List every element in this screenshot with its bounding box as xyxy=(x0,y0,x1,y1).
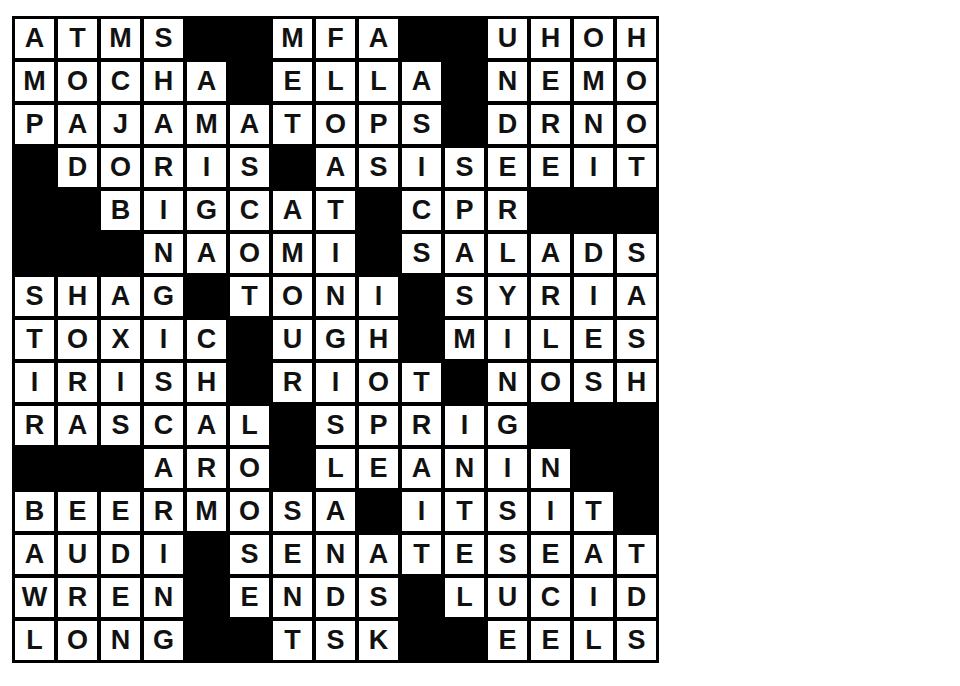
letter-cell[interactable]: A xyxy=(357,17,400,60)
letter-cell[interactable]: A xyxy=(400,447,443,490)
letter-cell[interactable]: T xyxy=(400,533,443,576)
black-cell xyxy=(185,275,228,318)
letter-cell[interactable]: O xyxy=(357,361,400,404)
letter-cell[interactable]: A xyxy=(228,103,271,146)
letter-cell[interactable]: M xyxy=(13,60,56,103)
black-cell xyxy=(615,490,658,533)
letter-cell[interactable]: S xyxy=(357,146,400,189)
letter-cell[interactable]: A xyxy=(185,404,228,447)
black-cell xyxy=(185,17,228,60)
letter-cell[interactable]: X xyxy=(99,318,142,361)
letter-cell[interactable]: O xyxy=(615,103,658,146)
black-cell xyxy=(228,361,271,404)
letter-cell[interactable]: C xyxy=(185,318,228,361)
letter-cell[interactable]: A xyxy=(142,103,185,146)
black-cell xyxy=(228,60,271,103)
black-cell xyxy=(185,619,228,662)
letter-cell[interactable]: C xyxy=(228,189,271,232)
letter-cell[interactable]: T xyxy=(400,361,443,404)
letter-cell[interactable]: N xyxy=(443,447,486,490)
black-cell xyxy=(99,447,142,490)
letter-cell[interactable]: N xyxy=(314,275,357,318)
letter-cell[interactable]: O xyxy=(572,17,615,60)
letter-cell[interactable]: N xyxy=(142,576,185,619)
letter-cell[interactable]: N xyxy=(486,361,529,404)
letter-cell[interactable]: M xyxy=(443,318,486,361)
letter-cell[interactable]: S xyxy=(314,619,357,662)
letter-cell[interactable]: A xyxy=(56,103,99,146)
letter-cell[interactable]: D xyxy=(486,103,529,146)
black-cell xyxy=(529,189,572,232)
letter-cell[interactable]: S xyxy=(271,490,314,533)
letter-cell[interactable]: I xyxy=(572,576,615,619)
black-cell xyxy=(400,318,443,361)
letter-cell[interactable]: D xyxy=(99,533,142,576)
letter-cell[interactable]: S xyxy=(486,490,529,533)
black-cell xyxy=(228,318,271,361)
letter-cell[interactable]: S xyxy=(486,533,529,576)
letter-cell[interactable]: S xyxy=(400,232,443,275)
letter-cell[interactable]: I xyxy=(400,146,443,189)
letter-cell[interactable]: M xyxy=(271,17,314,60)
letter-cell[interactable]: S xyxy=(142,17,185,60)
letter-cell[interactable]: R xyxy=(142,146,185,189)
letter-cell[interactable]: T xyxy=(314,189,357,232)
black-cell xyxy=(357,490,400,533)
letter-cell[interactable]: H xyxy=(142,60,185,103)
letter-cell[interactable]: R xyxy=(142,490,185,533)
black-cell xyxy=(99,232,142,275)
letter-cell[interactable]: O xyxy=(56,60,99,103)
letter-cell[interactable]: T xyxy=(13,318,56,361)
black-cell xyxy=(271,404,314,447)
letter-cell[interactable]: L xyxy=(529,318,572,361)
letter-cell[interactable]: S xyxy=(228,146,271,189)
letter-cell[interactable]: R xyxy=(56,576,99,619)
letter-cell[interactable]: J xyxy=(99,103,142,146)
letter-cell[interactable]: A xyxy=(572,533,615,576)
letter-cell[interactable]: C xyxy=(400,189,443,232)
letter-cell[interactable]: R xyxy=(529,275,572,318)
letter-cell[interactable]: G xyxy=(314,318,357,361)
letter-cell[interactable]: S xyxy=(400,103,443,146)
letter-cell[interactable]: A xyxy=(314,146,357,189)
letter-cell[interactable]: I xyxy=(185,146,228,189)
letter-cell[interactable]: I xyxy=(142,189,185,232)
letter-cell[interactable]: A xyxy=(357,533,400,576)
letter-cell[interactable]: R xyxy=(529,103,572,146)
black-cell xyxy=(13,447,56,490)
letter-cell[interactable]: B xyxy=(13,490,56,533)
black-cell xyxy=(400,576,443,619)
letter-cell[interactable]: S xyxy=(99,404,142,447)
letter-cell[interactable]: G xyxy=(486,404,529,447)
letter-cell[interactable]: S xyxy=(142,361,185,404)
letter-cell[interactable]: T xyxy=(615,146,658,189)
letter-cell[interactable]: I xyxy=(314,361,357,404)
crossword-grid: ATMSMFAUHOHMOCHAELLANEMOPAJAMATOPSDRNODO… xyxy=(12,16,659,663)
letter-cell[interactable]: O xyxy=(529,361,572,404)
letter-cell[interactable]: T xyxy=(228,275,271,318)
black-cell xyxy=(572,447,615,490)
letter-cell[interactable]: R xyxy=(185,447,228,490)
black-cell xyxy=(271,447,314,490)
letter-cell[interactable]: R xyxy=(56,361,99,404)
letter-cell[interactable]: P xyxy=(357,404,400,447)
letter-cell[interactable]: R xyxy=(271,361,314,404)
letter-cell[interactable]: S xyxy=(572,361,615,404)
letter-cell[interactable]: L xyxy=(357,60,400,103)
letter-cell[interactable]: G xyxy=(142,619,185,662)
black-cell xyxy=(443,60,486,103)
letter-cell[interactable]: U xyxy=(271,318,314,361)
letter-cell[interactable]: A xyxy=(13,17,56,60)
letter-cell[interactable]: N xyxy=(99,619,142,662)
letter-cell[interactable]: A xyxy=(185,232,228,275)
letter-cell[interactable]: Y xyxy=(486,275,529,318)
letter-cell[interactable]: P xyxy=(13,103,56,146)
letter-cell[interactable]: T xyxy=(56,17,99,60)
black-cell xyxy=(615,189,658,232)
letter-cell[interactable]: S xyxy=(615,232,658,275)
letter-cell[interactable]: I xyxy=(142,318,185,361)
letter-cell[interactable]: R xyxy=(400,404,443,447)
letter-cell[interactable]: A xyxy=(314,490,357,533)
letter-cell[interactable]: I xyxy=(142,533,185,576)
letter-cell[interactable]: R xyxy=(13,404,56,447)
black-cell xyxy=(529,404,572,447)
letter-cell[interactable]: O xyxy=(228,232,271,275)
letter-cell[interactable]: I xyxy=(357,275,400,318)
letter-cell[interactable]: I xyxy=(314,232,357,275)
letter-cell[interactable]: N xyxy=(486,60,529,103)
letter-cell[interactable]: E xyxy=(271,60,314,103)
letter-cell[interactable]: D xyxy=(56,146,99,189)
letter-cell[interactable]: O xyxy=(99,146,142,189)
letter-cell[interactable]: F xyxy=(314,17,357,60)
letter-cell[interactable]: L xyxy=(314,60,357,103)
letter-cell[interactable]: S xyxy=(443,275,486,318)
letter-cell[interactable]: S xyxy=(228,533,271,576)
letter-cell[interactable]: I xyxy=(529,490,572,533)
letter-cell[interactable]: M xyxy=(185,103,228,146)
letter-cell[interactable]: S xyxy=(13,275,56,318)
letter-cell[interactable]: H xyxy=(185,361,228,404)
letter-cell[interactable]: S xyxy=(615,619,658,662)
letter-cell[interactable]: U xyxy=(486,17,529,60)
letter-cell[interactable]: H xyxy=(615,17,658,60)
letter-cell[interactable]: P xyxy=(357,103,400,146)
letter-cell[interactable]: S xyxy=(357,576,400,619)
letter-cell[interactable]: I xyxy=(572,275,615,318)
letter-cell[interactable]: U xyxy=(486,576,529,619)
letter-cell[interactable]: E xyxy=(529,60,572,103)
letter-cell[interactable]: P xyxy=(443,189,486,232)
letter-cell[interactable]: B xyxy=(99,189,142,232)
letter-cell[interactable]: L xyxy=(572,619,615,662)
letter-cell[interactable]: C xyxy=(529,576,572,619)
black-cell xyxy=(185,576,228,619)
letter-cell[interactable]: S xyxy=(615,318,658,361)
letter-cell[interactable]: E xyxy=(486,146,529,189)
black-cell xyxy=(400,275,443,318)
letter-cell[interactable]: S xyxy=(314,404,357,447)
letter-cell[interactable]: E xyxy=(443,533,486,576)
letter-cell[interactable]: N xyxy=(572,103,615,146)
letter-cell[interactable]: I xyxy=(572,146,615,189)
letter-cell[interactable]: E xyxy=(529,146,572,189)
black-cell xyxy=(56,189,99,232)
letter-cell[interactable]: M xyxy=(99,17,142,60)
black-cell xyxy=(13,232,56,275)
letter-cell[interactable]: U xyxy=(56,533,99,576)
letter-cell[interactable]: I xyxy=(400,490,443,533)
letter-cell[interactable]: W xyxy=(13,576,56,619)
letter-cell[interactable]: A xyxy=(142,447,185,490)
letter-cell[interactable]: A xyxy=(615,275,658,318)
letter-cell[interactable]: M xyxy=(271,232,314,275)
black-cell xyxy=(357,189,400,232)
letter-cell[interactable]: E xyxy=(99,576,142,619)
letter-cell[interactable]: E xyxy=(99,490,142,533)
letter-cell[interactable]: G xyxy=(185,189,228,232)
letter-cell[interactable]: D xyxy=(572,232,615,275)
letter-cell[interactable]: T xyxy=(572,490,615,533)
letter-cell[interactable]: M xyxy=(185,490,228,533)
letter-cell[interactable]: I xyxy=(443,404,486,447)
black-cell xyxy=(400,619,443,662)
black-cell xyxy=(56,447,99,490)
letter-cell[interactable]: E xyxy=(486,619,529,662)
letter-cell[interactable]: N xyxy=(314,533,357,576)
letter-cell[interactable]: C xyxy=(99,60,142,103)
letter-cell[interactable]: E xyxy=(529,533,572,576)
black-cell xyxy=(572,189,615,232)
black-cell xyxy=(271,146,314,189)
black-cell xyxy=(400,17,443,60)
letter-cell[interactable]: E xyxy=(572,318,615,361)
letter-cell[interactable]: N xyxy=(529,447,572,490)
letter-cell[interactable]: S xyxy=(443,146,486,189)
black-cell xyxy=(185,533,228,576)
letter-cell[interactable]: A xyxy=(529,232,572,275)
black-cell xyxy=(572,404,615,447)
letter-cell[interactable]: T xyxy=(271,103,314,146)
letter-cell[interactable]: A xyxy=(443,232,486,275)
letter-cell[interactable]: C xyxy=(142,404,185,447)
letter-cell[interactable]: I xyxy=(99,361,142,404)
black-cell xyxy=(443,361,486,404)
black-cell xyxy=(615,447,658,490)
letter-cell[interactable]: T xyxy=(443,490,486,533)
letter-cell[interactable]: E xyxy=(357,447,400,490)
letter-cell[interactable]: D xyxy=(314,576,357,619)
letter-cell[interactable]: H xyxy=(615,361,658,404)
black-cell xyxy=(228,17,271,60)
letter-cell[interactable]: D xyxy=(615,576,658,619)
letter-cell[interactable]: I xyxy=(13,361,56,404)
black-cell xyxy=(56,232,99,275)
letter-cell[interactable]: I xyxy=(486,447,529,490)
black-cell xyxy=(443,103,486,146)
letter-cell[interactable]: O xyxy=(228,490,271,533)
black-cell xyxy=(357,232,400,275)
letter-cell[interactable]: O xyxy=(314,103,357,146)
letter-cell[interactable]: A xyxy=(271,189,314,232)
letter-cell[interactable]: E xyxy=(56,490,99,533)
letter-cell[interactable]: A xyxy=(13,533,56,576)
letter-cell[interactable]: H xyxy=(56,275,99,318)
black-cell xyxy=(228,619,271,662)
letter-cell[interactable]: E xyxy=(529,619,572,662)
letter-cell[interactable]: A xyxy=(56,404,99,447)
letter-cell[interactable]: T xyxy=(615,533,658,576)
black-cell xyxy=(443,17,486,60)
letter-cell[interactable]: H xyxy=(357,318,400,361)
letter-cell[interactable]: L xyxy=(314,447,357,490)
letter-cell[interactable]: T xyxy=(271,619,314,662)
letter-cell[interactable]: I xyxy=(486,318,529,361)
letter-cell[interactable]: A xyxy=(185,60,228,103)
letter-cell[interactable]: E xyxy=(271,533,314,576)
letter-cell[interactable]: L xyxy=(486,232,529,275)
letter-cell[interactable]: O xyxy=(271,275,314,318)
black-cell xyxy=(13,146,56,189)
letter-cell[interactable]: N xyxy=(142,232,185,275)
letter-cell[interactable]: G xyxy=(142,275,185,318)
letter-cell[interactable]: E xyxy=(228,576,271,619)
letter-cell[interactable]: K xyxy=(357,619,400,662)
black-cell xyxy=(443,619,486,662)
letter-cell[interactable]: R xyxy=(486,189,529,232)
letter-cell[interactable]: O xyxy=(56,619,99,662)
letter-cell[interactable]: O xyxy=(56,318,99,361)
black-cell xyxy=(13,189,56,232)
letter-cell[interactable]: O xyxy=(228,447,271,490)
letter-cell[interactable]: A xyxy=(99,275,142,318)
letter-cell[interactable]: O xyxy=(615,60,658,103)
letter-cell[interactable]: L xyxy=(228,404,271,447)
letter-cell[interactable]: L xyxy=(13,619,56,662)
letter-cell[interactable]: A xyxy=(400,60,443,103)
letter-cell[interactable]: L xyxy=(443,576,486,619)
letter-cell[interactable]: H xyxy=(529,17,572,60)
letter-cell[interactable]: M xyxy=(572,60,615,103)
black-cell xyxy=(615,404,658,447)
letter-cell[interactable]: N xyxy=(271,576,314,619)
